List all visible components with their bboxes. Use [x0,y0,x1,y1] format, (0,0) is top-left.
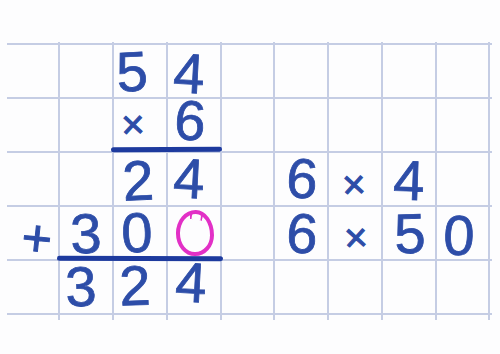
circled-placeholder-zero: 0 [176,210,214,256]
partial1-ones-digit: 4 [172,150,206,208]
annotation2-multiplier-tens: 5 [393,205,426,262]
grid-vline [220,42,222,320]
annotation1-factor: 6 [285,150,320,208]
result-hundreds-digit: 3 [64,258,97,315]
plus-sign: + [19,211,55,266]
annotation2-factor: 6 [285,205,320,263]
grid-vline [166,42,168,320]
grid-vline [58,42,60,320]
grid-hline [7,43,492,45]
annotation2-multiplier-ones: 0 [442,207,475,264]
result-ones-digit: 4 [174,254,208,312]
annotation1-times-sign: × [341,164,366,205]
multiplier-digit: 6 [173,92,208,150]
result-tens-digit: 2 [118,257,151,314]
multiply-sign: × [121,104,146,145]
worksheet-paper: 5 4 × 6 2 4 6 × 4 + 3 0 0 6 × 5 0 3 2 4 [0,0,500,354]
grid-vline [381,42,383,320]
grid-vline [488,42,490,320]
grid-vline [435,42,437,320]
annotation2-times-sign: × [343,217,368,258]
grid-vline [327,42,329,320]
multiplicand-tens-digit: 5 [115,43,149,101]
grid-vline [273,42,275,320]
grid-hline [7,97,492,99]
grid-vline [112,42,114,320]
